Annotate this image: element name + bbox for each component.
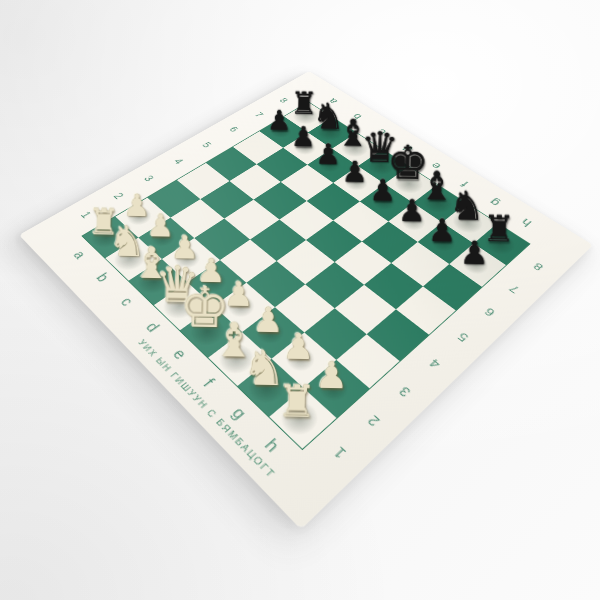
piece-black-pawn-h7[interactable]: ♟ — [446, 201, 505, 268]
file-label-bottom-b: b — [94, 270, 112, 283]
rank-label-left-4: 4 — [172, 157, 185, 166]
file-label-bottom-c: c — [118, 294, 136, 308]
rank-label-right-7: 7 — [507, 283, 521, 295]
rank-label-right-1: 1 — [331, 445, 349, 462]
rank-label-right-4: 4 — [427, 357, 443, 371]
file-label-bottom-g: g — [229, 404, 249, 422]
rank-label-right-6: 6 — [482, 306, 497, 318]
file-label-bottom-d: d — [143, 319, 162, 334]
file-label-bottom-h: h — [262, 436, 283, 455]
chess-mat: УИХ ЫН ГИШУУН С БЯМБАЦОГТ aabbccddeeffgg… — [19, 71, 593, 529]
rank-label-left-5: 5 — [200, 141, 213, 149]
rank-label-right-2: 2 — [365, 413, 382, 429]
file-label-bottom-e: e — [170, 346, 190, 362]
file-label-bottom-a: a — [71, 248, 89, 261]
rank-label-right-3: 3 — [397, 384, 414, 399]
rank-label-right-8: 8 — [531, 261, 545, 272]
scene-tilt: УИХ ЫН ГИШУУН С БЯМБАЦОГТ aabbccddeeffgg… — [0, 0, 600, 600]
perspective-stage: УИХ ЫН ГИШУУН С БЯМБАЦОГТ aabbccddeeffgg… — [0, 0, 600, 600]
rank-label-left-6: 6 — [227, 125, 240, 133]
piece-white-rook-h1[interactable]: ♜ — [262, 344, 332, 424]
rank-label-right-5: 5 — [455, 331, 470, 344]
file-label-bottom-f: f — [201, 375, 218, 389]
